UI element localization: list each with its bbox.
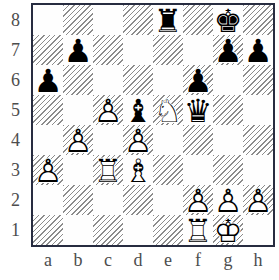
square-f4[interactable] (183, 125, 213, 155)
square-a1[interactable] (33, 215, 63, 245)
square-g6[interactable] (213, 65, 243, 95)
square-a5[interactable] (33, 95, 63, 125)
square-a7[interactable] (33, 35, 63, 65)
square-f7[interactable] (183, 35, 213, 65)
file-label-a: a (33, 247, 63, 273)
square-c2[interactable] (93, 185, 123, 215)
square-c7[interactable] (93, 35, 123, 65)
file-label-d: d (123, 247, 153, 273)
square-b1[interactable] (63, 215, 93, 245)
white-pawn-b4[interactable]: ♙ (63, 125, 93, 155)
square-g7[interactable]: ♟ (213, 35, 243, 65)
rank-label-5: 5 (0, 95, 31, 125)
square-c1[interactable] (93, 215, 123, 245)
square-e2[interactable] (153, 185, 183, 215)
white-rook-f1[interactable]: ♖ (183, 215, 213, 245)
square-a4[interactable] (33, 125, 63, 155)
square-d7[interactable] (123, 35, 153, 65)
square-b6[interactable] (63, 65, 93, 95)
square-e1[interactable] (153, 215, 183, 245)
white-bishop-d3[interactable]: ♗ (123, 155, 153, 185)
rank-label-7: 7 (0, 35, 31, 65)
rank-label-4: 4 (0, 125, 31, 155)
square-a3[interactable]: ♟♙ (33, 155, 63, 185)
black-pawn-f6[interactable]: ♟ (183, 65, 213, 95)
black-pawn-b7[interactable]: ♟ (63, 35, 93, 65)
square-g1[interactable]: ♚♔ (213, 215, 243, 245)
white-pawn-c5-fill: ♟ (93, 95, 123, 125)
square-f5[interactable]: ♛ (183, 95, 213, 125)
square-e4[interactable] (153, 125, 183, 155)
white-knight-e5[interactable]: ♘ (153, 95, 183, 125)
white-rook-c3[interactable]: ♖ (93, 155, 123, 185)
square-d2[interactable] (123, 185, 153, 215)
square-g4[interactable] (213, 125, 243, 155)
white-pawn-d4-fill: ♟ (123, 125, 153, 155)
black-pawn-h7[interactable]: ♟ (243, 35, 273, 65)
square-h8[interactable] (243, 5, 273, 35)
black-rook-e8[interactable]: ♜ (153, 5, 183, 35)
black-queen-f5[interactable]: ♛ (183, 95, 213, 125)
square-e8[interactable]: ♜ (153, 5, 183, 35)
rank-label-3: 3 (0, 155, 31, 185)
square-h4[interactable] (243, 125, 273, 155)
white-pawn-h2-fill: ♟ (243, 185, 273, 215)
square-a2[interactable] (33, 185, 63, 215)
file-label-e: e (153, 247, 183, 273)
square-c4[interactable] (93, 125, 123, 155)
white-king-g1[interactable]: ♔ (213, 215, 243, 245)
square-a8[interactable] (33, 5, 63, 35)
file-label-g: g (213, 247, 243, 273)
white-pawn-a3-fill: ♟ (33, 155, 63, 185)
white-knight-e5-fill: ♞ (153, 95, 183, 125)
square-h6[interactable] (243, 65, 273, 95)
square-h1[interactable] (243, 215, 273, 245)
white-pawn-g2-fill: ♟ (213, 185, 243, 215)
square-e3[interactable] (153, 155, 183, 185)
square-g2[interactable]: ♟♙ (213, 185, 243, 215)
white-pawn-a3[interactable]: ♙ (33, 155, 63, 185)
white-king-g1-fill: ♚ (213, 215, 243, 245)
square-g5[interactable] (213, 95, 243, 125)
white-rook-c3-fill: ♜ (93, 155, 123, 185)
rank-label-6: 6 (0, 65, 31, 95)
square-h5[interactable] (243, 95, 273, 125)
rank-label-8: 8 (0, 5, 31, 35)
square-e7[interactable] (153, 35, 183, 65)
square-b7[interactable]: ♟ (63, 35, 93, 65)
square-f8[interactable] (183, 5, 213, 35)
black-bishop-d5[interactable]: ♝ (123, 95, 153, 125)
square-b8[interactable] (63, 5, 93, 35)
black-king-g8[interactable]: ♚ (213, 5, 243, 35)
white-pawn-c5[interactable]: ♙ (93, 95, 123, 125)
white-pawn-d4[interactable]: ♙ (123, 125, 153, 155)
square-d6[interactable] (123, 65, 153, 95)
white-bishop-d3-fill: ♝ (123, 155, 153, 185)
black-pawn-a6[interactable]: ♟ (33, 65, 63, 95)
square-f1[interactable]: ♜♖ (183, 215, 213, 245)
square-g3[interactable] (213, 155, 243, 185)
white-pawn-b4-fill: ♟ (63, 125, 93, 155)
square-f6[interactable]: ♟ (183, 65, 213, 95)
square-d3[interactable]: ♝♗ (123, 155, 153, 185)
square-d5[interactable]: ♝ (123, 95, 153, 125)
file-label-h: h (243, 247, 273, 273)
square-h7[interactable]: ♟ (243, 35, 273, 65)
square-c8[interactable] (93, 5, 123, 35)
file-label-b: b (63, 247, 93, 273)
chess-diagram: 87654321 ♜♚♟♟♟♟♟♟♙♝♞♘♛♟♙♟♙♟♙♜♖♝♗♟♙♟♙♟♙♜♖… (0, 0, 279, 273)
white-pawn-h2[interactable]: ♙ (243, 185, 273, 215)
square-b3[interactable] (63, 155, 93, 185)
square-f3[interactable] (183, 155, 213, 185)
black-pawn-g7[interactable]: ♟ (213, 35, 243, 65)
rank-label-1: 1 (0, 215, 31, 245)
square-f2[interactable]: ♟♙ (183, 185, 213, 215)
square-d1[interactable] (123, 215, 153, 245)
file-labels: abcdefgh (31, 247, 275, 273)
square-h2[interactable]: ♟♙ (243, 185, 273, 215)
square-d8[interactable] (123, 5, 153, 35)
square-g8[interactable]: ♚ (213, 5, 243, 35)
rank-labels: 87654321 (0, 3, 31, 245)
square-b4[interactable]: ♟♙ (63, 125, 93, 155)
file-label-f: f (183, 247, 213, 273)
white-pawn-f2-fill: ♟ (183, 185, 213, 215)
chess-board: ♜♚♟♟♟♟♟♟♙♝♞♘♛♟♙♟♙♟♙♜♖♝♗♟♙♟♙♟♙♜♖♚♔ (31, 3, 275, 247)
square-h3[interactable] (243, 155, 273, 185)
file-label-c: c (93, 247, 123, 273)
square-e5[interactable]: ♞♘ (153, 95, 183, 125)
square-a6[interactable]: ♟ (33, 65, 63, 95)
square-b5[interactable] (63, 95, 93, 125)
square-b2[interactable] (63, 185, 93, 215)
white-pawn-f2[interactable]: ♙ (183, 185, 213, 215)
square-d4[interactable]: ♟♙ (123, 125, 153, 155)
white-rook-f1-fill: ♜ (183, 215, 213, 245)
rank-label-2: 2 (0, 185, 31, 215)
square-c6[interactable] (93, 65, 123, 95)
square-e6[interactable] (153, 65, 183, 95)
white-pawn-g2[interactable]: ♙ (213, 185, 243, 215)
square-c3[interactable]: ♜♖ (93, 155, 123, 185)
square-c5[interactable]: ♟♙ (93, 95, 123, 125)
